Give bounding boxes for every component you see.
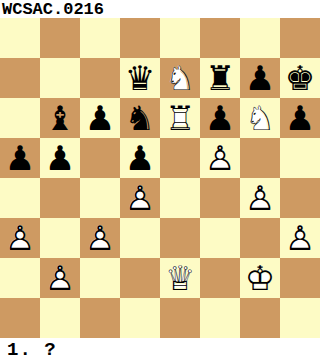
white-king-fill: ♚ — [240, 258, 280, 298]
white-pawn-icon: ♙ — [80, 218, 120, 258]
white-pawn-fill: ♟ — [40, 258, 80, 298]
square-e5[interactable] — [160, 138, 200, 178]
black-queen-icon: ♛ — [120, 58, 160, 98]
square-c1[interactable] — [80, 298, 120, 338]
white-pawn-fill: ♟ — [80, 218, 120, 258]
square-h1[interactable] — [280, 298, 320, 338]
diagram-title: WCSAC.0216 — [0, 0, 320, 18]
square-e1[interactable] — [160, 298, 200, 338]
square-b8[interactable] — [40, 18, 80, 58]
square-b5[interactable]: ♟ — [40, 138, 80, 178]
white-rook-icon: ♖ — [160, 98, 200, 138]
square-d6[interactable]: ♞ — [120, 98, 160, 138]
square-h6[interactable]: ♟ — [280, 98, 320, 138]
chess-board: ♛♞♘♜♟♚♝♟♞♜♖♟♞♘♟♟♟♟♟♙♟♙♟♙♟♙♟♙♟♙♟♙♛♕♚♔ — [0, 18, 320, 338]
square-f6[interactable]: ♟ — [200, 98, 240, 138]
white-pawn-fill: ♟ — [0, 218, 40, 258]
black-pawn-icon: ♟ — [120, 138, 160, 178]
white-pawn-icon: ♙ — [120, 178, 160, 218]
square-d4[interactable]: ♟♙ — [120, 178, 160, 218]
square-d1[interactable] — [120, 298, 160, 338]
square-e6[interactable]: ♜♖ — [160, 98, 200, 138]
white-pawn-fill: ♟ — [120, 178, 160, 218]
black-knight-icon: ♞ — [120, 98, 160, 138]
white-pawn-fill: ♟ — [200, 138, 240, 178]
white-pawn-icon: ♙ — [240, 178, 280, 218]
square-d3[interactable] — [120, 218, 160, 258]
square-g5[interactable] — [240, 138, 280, 178]
square-b7[interactable] — [40, 58, 80, 98]
square-h7[interactable]: ♚ — [280, 58, 320, 98]
square-d7[interactable]: ♛ — [120, 58, 160, 98]
square-a6[interactable] — [0, 98, 40, 138]
square-g2[interactable]: ♚♔ — [240, 258, 280, 298]
black-rook-icon: ♜ — [200, 58, 240, 98]
square-h3[interactable]: ♟♙ — [280, 218, 320, 258]
square-b1[interactable] — [40, 298, 80, 338]
square-d2[interactable] — [120, 258, 160, 298]
square-c4[interactable] — [80, 178, 120, 218]
square-f1[interactable] — [200, 298, 240, 338]
square-f4[interactable] — [200, 178, 240, 218]
white-knight-fill: ♞ — [160, 58, 200, 98]
square-e8[interactable] — [160, 18, 200, 58]
move-prompt: 1. ? — [0, 338, 320, 360]
black-pawn-icon: ♟ — [200, 98, 240, 138]
square-c8[interactable] — [80, 18, 120, 58]
square-g1[interactable] — [240, 298, 280, 338]
square-a5[interactable]: ♟ — [0, 138, 40, 178]
white-king-icon: ♔ — [240, 258, 280, 298]
black-bishop-icon: ♝ — [40, 98, 80, 138]
square-a3[interactable]: ♟♙ — [0, 218, 40, 258]
white-pawn-icon: ♙ — [40, 258, 80, 298]
square-a4[interactable] — [0, 178, 40, 218]
white-rook-fill: ♜ — [160, 98, 200, 138]
white-pawn-icon: ♙ — [0, 218, 40, 258]
square-b2[interactable]: ♟♙ — [40, 258, 80, 298]
black-pawn-icon: ♟ — [0, 138, 40, 178]
square-f7[interactable]: ♜ — [200, 58, 240, 98]
square-c3[interactable]: ♟♙ — [80, 218, 120, 258]
white-pawn-icon: ♙ — [200, 138, 240, 178]
square-e3[interactable] — [160, 218, 200, 258]
square-c5[interactable] — [80, 138, 120, 178]
square-e4[interactable] — [160, 178, 200, 218]
white-queen-icon: ♕ — [160, 258, 200, 298]
square-b6[interactable]: ♝ — [40, 98, 80, 138]
square-f8[interactable] — [200, 18, 240, 58]
square-g6[interactable]: ♞♘ — [240, 98, 280, 138]
white-knight-icon: ♘ — [160, 58, 200, 98]
black-pawn-icon: ♟ — [280, 98, 320, 138]
black-pawn-icon: ♟ — [40, 138, 80, 178]
white-knight-fill: ♞ — [240, 98, 280, 138]
white-pawn-icon: ♙ — [280, 218, 320, 258]
square-a1[interactable] — [0, 298, 40, 338]
square-b4[interactable] — [40, 178, 80, 218]
square-d5[interactable]: ♟ — [120, 138, 160, 178]
white-queen-fill: ♛ — [160, 258, 200, 298]
square-h5[interactable] — [280, 138, 320, 178]
square-e7[interactable]: ♞♘ — [160, 58, 200, 98]
square-f5[interactable]: ♟♙ — [200, 138, 240, 178]
square-g3[interactable] — [240, 218, 280, 258]
square-g7[interactable]: ♟ — [240, 58, 280, 98]
black-pawn-icon: ♟ — [80, 98, 120, 138]
black-king-icon: ♚ — [280, 58, 320, 98]
square-c6[interactable]: ♟ — [80, 98, 120, 138]
square-f3[interactable] — [200, 218, 240, 258]
square-b3[interactable] — [40, 218, 80, 258]
white-pawn-fill: ♟ — [240, 178, 280, 218]
white-knight-icon: ♘ — [240, 98, 280, 138]
black-pawn-icon: ♟ — [240, 58, 280, 98]
square-h4[interactable] — [280, 178, 320, 218]
square-g4[interactable]: ♟♙ — [240, 178, 280, 218]
square-a8[interactable] — [0, 18, 40, 58]
square-c2[interactable] — [80, 258, 120, 298]
square-e2[interactable]: ♛♕ — [160, 258, 200, 298]
square-c7[interactable] — [80, 58, 120, 98]
square-a7[interactable] — [0, 58, 40, 98]
square-f2[interactable] — [200, 258, 240, 298]
square-h2[interactable] — [280, 258, 320, 298]
chess-diagram-page: WCSAC.0216 ♛♞♘♜♟♚♝♟♞♜♖♟♞♘♟♟♟♟♟♙♟♙♟♙♟♙♟♙♟… — [0, 0, 320, 360]
square-a2[interactable] — [0, 258, 40, 298]
square-d8[interactable] — [120, 18, 160, 58]
square-h8[interactable] — [280, 18, 320, 58]
white-pawn-fill: ♟ — [280, 218, 320, 258]
square-g8[interactable] — [240, 18, 280, 58]
